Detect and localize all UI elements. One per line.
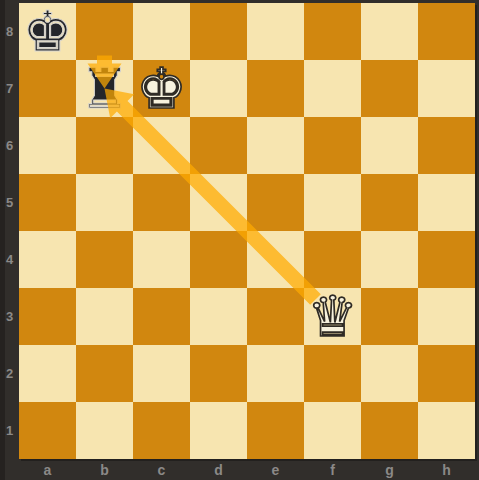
- square-f6[interactable]: [304, 117, 361, 174]
- square-d8[interactable]: [190, 3, 247, 60]
- square-g7[interactable]: [361, 60, 418, 117]
- square-f7[interactable]: [304, 60, 361, 117]
- file-labels: abcdefgh: [19, 459, 475, 480]
- square-h6[interactable]: [418, 117, 475, 174]
- piece-black-king-a8[interactable]: ♚: [19, 3, 76, 60]
- file-label-b: b: [76, 459, 133, 480]
- rank-label-7: 7: [0, 60, 19, 117]
- file-label-d: d: [190, 459, 247, 480]
- file-label-e: e: [247, 459, 304, 480]
- square-f4[interactable]: [304, 231, 361, 288]
- rank-label-8: 8: [0, 3, 19, 60]
- square-g2[interactable]: [361, 345, 418, 402]
- square-c3[interactable]: [133, 288, 190, 345]
- square-g1[interactable]: [361, 402, 418, 459]
- piece-black-rook-b7[interactable]: ♜: [76, 60, 133, 117]
- chess-app: ♚♜♚♛ 87654321 abcdefgh: [0, 0, 479, 480]
- square-e5[interactable]: [247, 174, 304, 231]
- square-f1[interactable]: [304, 402, 361, 459]
- square-d4[interactable]: [190, 231, 247, 288]
- square-a7[interactable]: [19, 60, 76, 117]
- square-c2[interactable]: [133, 345, 190, 402]
- square-b1[interactable]: [76, 402, 133, 459]
- square-c6[interactable]: [133, 117, 190, 174]
- square-f5[interactable]: [304, 174, 361, 231]
- rank-label-5: 5: [0, 174, 19, 231]
- rank-label-3: 3: [0, 288, 19, 345]
- square-a4[interactable]: [19, 231, 76, 288]
- square-d1[interactable]: [190, 402, 247, 459]
- square-b3[interactable]: [76, 288, 133, 345]
- file-label-c: c: [133, 459, 190, 480]
- square-g4[interactable]: [361, 231, 418, 288]
- square-h7[interactable]: [418, 60, 475, 117]
- square-h2[interactable]: [418, 345, 475, 402]
- square-d5[interactable]: [190, 174, 247, 231]
- square-d7[interactable]: [190, 60, 247, 117]
- square-e8[interactable]: [247, 3, 304, 60]
- square-g6[interactable]: [361, 117, 418, 174]
- square-g3[interactable]: [361, 288, 418, 345]
- square-e7[interactable]: [247, 60, 304, 117]
- piece-white-king-c7[interactable]: ♚: [133, 60, 190, 117]
- square-c4[interactable]: [133, 231, 190, 288]
- square-e6[interactable]: [247, 117, 304, 174]
- square-b6[interactable]: [76, 117, 133, 174]
- square-a5[interactable]: [19, 174, 76, 231]
- square-d6[interactable]: [190, 117, 247, 174]
- square-h8[interactable]: [418, 3, 475, 60]
- square-a1[interactable]: [19, 402, 76, 459]
- square-h1[interactable]: [418, 402, 475, 459]
- rank-label-1: 1: [0, 402, 19, 459]
- square-c8[interactable]: [133, 3, 190, 60]
- square-b8[interactable]: [76, 3, 133, 60]
- rank-labels: 87654321: [0, 3, 19, 459]
- square-e2[interactable]: [247, 345, 304, 402]
- square-d3[interactable]: [190, 288, 247, 345]
- square-h3[interactable]: [418, 288, 475, 345]
- square-e1[interactable]: [247, 402, 304, 459]
- rank-label-6: 6: [0, 117, 19, 174]
- square-e4[interactable]: [247, 231, 304, 288]
- square-a6[interactable]: [19, 117, 76, 174]
- square-b5[interactable]: [76, 174, 133, 231]
- square-g8[interactable]: [361, 3, 418, 60]
- file-label-h: h: [418, 459, 475, 480]
- square-c1[interactable]: [133, 402, 190, 459]
- file-label-f: f: [304, 459, 361, 480]
- square-a2[interactable]: [19, 345, 76, 402]
- square-b2[interactable]: [76, 345, 133, 402]
- rank-label-4: 4: [0, 231, 19, 288]
- square-e3[interactable]: [247, 288, 304, 345]
- square-c5[interactable]: [133, 174, 190, 231]
- square-f2[interactable]: [304, 345, 361, 402]
- rank-label-2: 2: [0, 345, 19, 402]
- square-g5[interactable]: [361, 174, 418, 231]
- square-d2[interactable]: [190, 345, 247, 402]
- file-label-g: g: [361, 459, 418, 480]
- square-b4[interactable]: [76, 231, 133, 288]
- square-h5[interactable]: [418, 174, 475, 231]
- square-h4[interactable]: [418, 231, 475, 288]
- piece-white-queen-f3[interactable]: ♛: [304, 288, 361, 345]
- square-f8[interactable]: [304, 3, 361, 60]
- file-label-a: a: [19, 459, 76, 480]
- square-a3[interactable]: [19, 288, 76, 345]
